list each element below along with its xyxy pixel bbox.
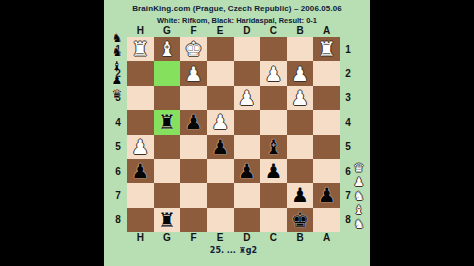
- file-label-c: C: [260, 25, 287, 37]
- square-d3[interactable]: ♟: [234, 86, 261, 110]
- game-panel: BrainKing.com (Prague, Czech Republic) –…: [104, 0, 370, 266]
- square-b1[interactable]: [287, 37, 314, 61]
- rank-label-4: 4: [112, 110, 124, 134]
- file-label-g: G: [154, 25, 181, 37]
- black-knight: ♞: [112, 31, 123, 45]
- square-d2[interactable]: [234, 61, 261, 85]
- square-d4[interactable]: [234, 110, 261, 134]
- white-bishop: ♝: [158, 39, 176, 59]
- square-h6[interactable]: ♟: [127, 159, 154, 183]
- white-bishop: ♝: [354, 203, 365, 217]
- black-pawn: ♟: [112, 73, 123, 87]
- file-label-h: H: [127, 25, 154, 37]
- black-pawn: ♟: [131, 161, 149, 181]
- file-label-e: E: [207, 25, 234, 37]
- square-c2[interactable]: ♟: [260, 61, 287, 85]
- square-e7[interactable]: [207, 183, 234, 207]
- rank-label-8: 8: [112, 208, 124, 232]
- square-c7[interactable]: [260, 183, 287, 207]
- file-label-e: E: [207, 232, 234, 244]
- square-e8[interactable]: [207, 208, 234, 232]
- white-pawn: ♟: [354, 175, 365, 189]
- square-g3[interactable]: [154, 86, 181, 110]
- square-e2[interactable]: [207, 61, 234, 85]
- square-f2[interactable]: ♟: [180, 61, 207, 85]
- square-h7[interactable]: [127, 183, 154, 207]
- square-e6[interactable]: [207, 159, 234, 183]
- square-h3[interactable]: [127, 86, 154, 110]
- square-f7[interactable]: [180, 183, 207, 207]
- square-g4[interactable]: ♜: [154, 110, 181, 134]
- black-pawn: ♟: [238, 161, 256, 181]
- white-king: ♚: [185, 39, 203, 59]
- square-d8[interactable]: [234, 208, 261, 232]
- square-b5[interactable]: [287, 135, 314, 159]
- white-pawn: ♟: [291, 88, 309, 108]
- black-pawn: ♟: [211, 137, 229, 157]
- square-f1[interactable]: ♚: [180, 37, 207, 61]
- black-queen: ♛: [112, 87, 123, 101]
- square-h8[interactable]: [127, 208, 154, 232]
- white-pawn: ♟: [185, 64, 203, 84]
- square-f4[interactable]: ♟: [180, 110, 207, 134]
- white-rook: ♜: [318, 39, 336, 59]
- square-c4[interactable]: [260, 110, 287, 134]
- square-a6[interactable]: [313, 159, 340, 183]
- square-e5[interactable]: ♟: [207, 135, 234, 159]
- square-c6[interactable]: ♟: [260, 159, 287, 183]
- white-knight: ♞: [354, 217, 365, 231]
- square-f3[interactable]: [180, 86, 207, 110]
- file-label-h: H: [127, 232, 154, 244]
- file-label-b: B: [287, 232, 314, 244]
- square-h5[interactable]: ♟: [127, 135, 154, 159]
- white-queen: ♛: [354, 161, 365, 175]
- file-labels-top: HGFEDCBA: [127, 25, 340, 37]
- file-label-d: D: [234, 25, 261, 37]
- rank-label-1: 1: [342, 37, 354, 61]
- rank-label-5: 5: [112, 135, 124, 159]
- white-pawn: ♟: [238, 88, 256, 108]
- white-pawn: ♟: [264, 64, 282, 84]
- chess-board: ♜♝♚♜♟♟♟♟♟♜♟♟♟♟♝♟♟♟♟♟♜♚: [127, 37, 340, 232]
- move-caption: 25. ... ♜g2: [127, 246, 340, 255]
- square-a8[interactable]: [313, 208, 340, 232]
- square-b4[interactable]: [287, 110, 314, 134]
- square-h4[interactable]: [127, 110, 154, 134]
- square-g1[interactable]: ♝: [154, 37, 181, 61]
- file-labels-bottom: HGFEDCBA: [127, 232, 340, 244]
- square-c8[interactable]: [260, 208, 287, 232]
- black-knight: ♞: [112, 45, 123, 59]
- captured-black-tray: ♞♞♝♟♛: [109, 31, 125, 101]
- file-label-b: B: [287, 25, 314, 37]
- square-f8[interactable]: [180, 208, 207, 232]
- captured-white-tray: ♛♟♞♝♞: [351, 161, 367, 231]
- rank-label-7: 7: [112, 183, 124, 207]
- file-label-a: A: [313, 232, 340, 244]
- square-h2[interactable]: [127, 61, 154, 85]
- square-b8[interactable]: ♚: [287, 208, 314, 232]
- file-label-d: D: [234, 232, 261, 244]
- square-g5[interactable]: [154, 135, 181, 159]
- file-label-g: G: [154, 232, 181, 244]
- square-f5[interactable]: [180, 135, 207, 159]
- square-e1[interactable]: [207, 37, 234, 61]
- game-title: BrainKing.com (Prague, Czech Republic) –…: [104, 4, 370, 13]
- square-a1[interactable]: ♜: [313, 37, 340, 61]
- square-b3[interactable]: ♟: [287, 86, 314, 110]
- white-pawn: ♟: [291, 64, 309, 84]
- white-knight: ♞: [354, 189, 365, 203]
- rank-label-5: 5: [342, 135, 354, 159]
- square-c3[interactable]: [260, 86, 287, 110]
- square-g6[interactable]: [154, 159, 181, 183]
- square-g7[interactable]: [154, 183, 181, 207]
- rank-label-2: 2: [342, 61, 354, 85]
- square-c5[interactable]: ♝: [260, 135, 287, 159]
- square-e4[interactable]: ♟: [207, 110, 234, 134]
- square-f6[interactable]: [180, 159, 207, 183]
- square-h1[interactable]: ♜: [127, 37, 154, 61]
- square-d7[interactable]: [234, 183, 261, 207]
- square-g8[interactable]: ♜: [154, 208, 181, 232]
- black-pawn: ♟: [185, 112, 203, 132]
- rank-label-4: 4: [342, 110, 354, 134]
- rank-label-6: 6: [112, 159, 124, 183]
- square-d5[interactable]: [234, 135, 261, 159]
- file-label-c: C: [260, 232, 287, 244]
- video-frame: BrainKing.com (Prague, Czech Republic) –…: [0, 0, 474, 266]
- white-rook: ♜: [131, 39, 149, 59]
- square-b7[interactable]: ♟: [287, 183, 314, 207]
- square-a2[interactable]: [313, 61, 340, 85]
- black-rook: ♜: [158, 112, 176, 132]
- black-king: ♚: [291, 210, 309, 230]
- square-d1[interactable]: [234, 37, 261, 61]
- black-bishop: ♝: [264, 137, 282, 157]
- black-bishop: ♝: [112, 59, 123, 73]
- square-b6[interactable]: [287, 159, 314, 183]
- players-result: White: Rifkom, Black: Haridaspal, Result…: [104, 16, 370, 25]
- square-b2[interactable]: ♟: [287, 61, 314, 85]
- square-e3[interactable]: [207, 86, 234, 110]
- square-a7[interactable]: ♟: [313, 183, 340, 207]
- square-a5[interactable]: [313, 135, 340, 159]
- file-label-f: F: [180, 232, 207, 244]
- file-label-a: A: [313, 25, 340, 37]
- square-a4[interactable]: [313, 110, 340, 134]
- rank-label-3: 3: [342, 86, 354, 110]
- black-pawn: ♟: [264, 161, 282, 181]
- white-pawn: ♟: [211, 112, 229, 132]
- black-pawn: ♟: [318, 185, 336, 205]
- black-rook: ♜: [158, 210, 176, 230]
- square-d6[interactable]: ♟: [234, 159, 261, 183]
- white-pawn: ♟: [131, 137, 149, 157]
- square-a3[interactable]: [313, 86, 340, 110]
- black-pawn: ♟: [291, 185, 309, 205]
- square-c1[interactable]: [260, 37, 287, 61]
- square-g2[interactable]: [154, 61, 181, 85]
- file-label-f: F: [180, 25, 207, 37]
